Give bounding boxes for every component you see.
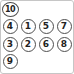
grid-cell-r2c1: 4 <box>1 18 19 35</box>
grid-cell-r1c1: 10 <box>1 1 19 18</box>
grid-cell-r1c4 <box>55 1 73 18</box>
bolt-circle-6: 6 <box>39 37 54 52</box>
grid-cell-r4c4 <box>55 53 73 70</box>
bolt-circle-3: 3 <box>3 37 18 52</box>
grid-cell-r2c4: 7 <box>55 18 73 35</box>
bolt-number: 8 <box>61 40 67 49</box>
grid-cell-r1c3 <box>37 1 55 18</box>
grid-cell-r4c3 <box>37 53 55 70</box>
grid-cell-r1c2 <box>19 1 37 18</box>
bolt-number: 10 <box>5 6 15 14</box>
bolt-number: 3 <box>7 40 13 49</box>
grid-cell-r3c4: 8 <box>55 35 73 53</box>
bolt-circle-4: 4 <box>3 19 18 34</box>
bolt-circle-2: 2 <box>21 37 36 52</box>
bolt-circle-8: 8 <box>57 37 72 52</box>
bolt-number: 6 <box>43 40 49 49</box>
grid-cell-r2c3: 5 <box>37 18 55 35</box>
grid-cell-r3c2: 2 <box>19 35 37 53</box>
grid-cell-r3c3: 6 <box>37 35 55 53</box>
bolt-circle-9: 9 <box>3 54 18 69</box>
bolt-number: 9 <box>7 57 13 66</box>
grid-cell-r2c2: 1 <box>19 18 37 35</box>
grid-cell-r3c1: 3 <box>1 35 19 53</box>
bolt-number: 4 <box>7 22 13 31</box>
grid-cell-r4c2 <box>19 53 37 70</box>
bolt-circle-1: 1 <box>21 19 36 34</box>
bolt-circle-10: 10 <box>2 2 19 17</box>
bolt-circle-7: 7 <box>57 19 72 34</box>
grid-cell-r4c1: 9 <box>1 53 19 70</box>
bolt-number: 2 <box>25 40 31 49</box>
bolt-circle-5: 5 <box>39 19 54 34</box>
tightening-sequence-diagram: 10415732689 <box>0 0 74 74</box>
bolt-number: 7 <box>61 22 67 31</box>
bolt-number: 1 <box>25 22 31 31</box>
bolt-number: 5 <box>43 22 49 31</box>
